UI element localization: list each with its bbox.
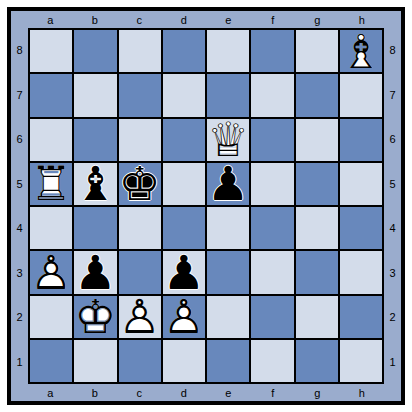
square-e2[interactable] [207, 296, 249, 338]
square-a7[interactable] [30, 74, 72, 116]
file-label-f: f [251, 11, 296, 28]
square-b3[interactable]: ♟ [74, 251, 116, 293]
white-piece-fill-glyph: ♜ [30, 163, 72, 205]
piece-white-bishop-icon[interactable]: ♝♗ [340, 30, 382, 72]
square-g8[interactable] [296, 30, 338, 72]
rank-label-2: 2 [384, 295, 401, 340]
rank-label-6: 6 [384, 117, 401, 162]
white-piece-outline-glyph: ♕ [207, 119, 249, 161]
square-e5[interactable]: ♟ [207, 163, 249, 205]
rank-label-5: 5 [384, 162, 401, 207]
piece-black-bishop-icon[interactable]: ♝ [74, 163, 116, 205]
file-label-d: d [162, 384, 207, 401]
square-b7[interactable] [74, 74, 116, 116]
square-b4[interactable] [74, 207, 116, 249]
square-h6[interactable] [340, 119, 382, 161]
square-f4[interactable] [251, 207, 293, 249]
square-g4[interactable] [296, 207, 338, 249]
square-h1[interactable] [340, 340, 382, 382]
square-h4[interactable] [340, 207, 382, 249]
rank-labels-left: 87654321 [11, 28, 28, 384]
piece-black-pawn-icon[interactable]: ♟ [207, 163, 249, 205]
white-piece-outline-glyph: ♔ [74, 296, 116, 338]
square-f6[interactable] [251, 119, 293, 161]
white-piece-fill-glyph: ♚ [74, 296, 116, 338]
square-a1[interactable] [30, 340, 72, 382]
square-e7[interactable] [207, 74, 249, 116]
square-f3[interactable] [251, 251, 293, 293]
rank-label-1: 1 [384, 340, 401, 385]
rank-label-2: 2 [11, 295, 28, 340]
piece-white-king-icon[interactable]: ♚♔ [74, 296, 116, 338]
square-h8[interactable]: ♝♗ [340, 30, 382, 72]
square-a8[interactable] [30, 30, 72, 72]
square-e3[interactable] [207, 251, 249, 293]
square-d7[interactable] [163, 74, 205, 116]
white-piece-outline-glyph: ♙ [163, 296, 205, 338]
square-a4[interactable] [30, 207, 72, 249]
square-e8[interactable] [207, 30, 249, 72]
square-b1[interactable] [74, 340, 116, 382]
file-label-h: h [340, 11, 385, 28]
square-g1[interactable] [296, 340, 338, 382]
square-c2[interactable]: ♟♙ [119, 296, 161, 338]
board-frame: abcdefgh abcdefgh 87654321 87654321 ♝♗♛♕… [7, 7, 405, 405]
square-d4[interactable] [163, 207, 205, 249]
square-h3[interactable] [340, 251, 382, 293]
square-b6[interactable] [74, 119, 116, 161]
black-piece-fill-glyph: ♝ [74, 163, 116, 205]
square-e4[interactable] [207, 207, 249, 249]
square-g2[interactable] [296, 296, 338, 338]
square-f5[interactable] [251, 163, 293, 205]
square-h5[interactable] [340, 163, 382, 205]
white-piece-fill-glyph: ♟ [30, 251, 72, 293]
white-piece-fill-glyph: ♛ [207, 119, 249, 161]
file-label-e: e [206, 384, 251, 401]
rank-label-3: 3 [11, 251, 28, 296]
chess-diagram: abcdefgh abcdefgh 87654321 87654321 ♝♗♛♕… [0, 0, 412, 412]
square-f2[interactable] [251, 296, 293, 338]
square-h7[interactable] [340, 74, 382, 116]
file-labels-bottom: abcdefgh [28, 384, 384, 401]
piece-white-rook-icon[interactable]: ♜♖ [30, 163, 72, 205]
white-piece-outline-glyph: ♙ [119, 296, 161, 338]
file-label-a: a [28, 11, 73, 28]
white-piece-outline-glyph: ♗ [340, 30, 382, 72]
rank-label-4: 4 [11, 206, 28, 251]
black-piece-fill-glyph: ♚ [119, 163, 161, 205]
rank-label-7: 7 [11, 73, 28, 118]
rank-label-7: 7 [384, 73, 401, 118]
file-label-e: e [206, 11, 251, 28]
square-b5[interactable]: ♝ [74, 163, 116, 205]
piece-black-king-icon[interactable]: ♚ [119, 163, 161, 205]
square-d1[interactable] [163, 340, 205, 382]
square-g5[interactable] [296, 163, 338, 205]
piece-black-pawn-icon[interactable]: ♟ [163, 251, 205, 293]
square-a2[interactable] [30, 296, 72, 338]
square-a5[interactable]: ♜♖ [30, 163, 72, 205]
piece-white-pawn-icon[interactable]: ♟♙ [163, 296, 205, 338]
square-c5[interactable]: ♚ [119, 163, 161, 205]
square-e6[interactable]: ♛♕ [207, 119, 249, 161]
black-piece-fill-glyph: ♟ [74, 251, 116, 293]
file-label-b: b [73, 11, 118, 28]
square-d5[interactable] [163, 163, 205, 205]
white-piece-outline-glyph: ♖ [30, 163, 72, 205]
square-a3[interactable]: ♟♙ [30, 251, 72, 293]
rank-labels-right: 87654321 [384, 28, 401, 384]
rank-label-1: 1 [11, 340, 28, 385]
square-g3[interactable] [296, 251, 338, 293]
square-c6[interactable] [119, 119, 161, 161]
square-c1[interactable] [119, 340, 161, 382]
square-c8[interactable] [119, 30, 161, 72]
square-f1[interactable] [251, 340, 293, 382]
file-label-b: b [73, 384, 118, 401]
file-label-f: f [251, 384, 296, 401]
white-piece-fill-glyph: ♝ [340, 30, 382, 72]
piece-black-pawn-icon[interactable]: ♟ [74, 251, 116, 293]
board: ♝♗♛♕♜♖♝♚♟♟♙♟♟♚♔♟♙♟♙ [28, 28, 384, 384]
square-c4[interactable] [119, 207, 161, 249]
file-label-h: h [340, 384, 385, 401]
white-piece-fill-glyph: ♟ [163, 296, 205, 338]
rank-label-8: 8 [11, 28, 28, 73]
square-e1[interactable] [207, 340, 249, 382]
piece-white-pawn-icon[interactable]: ♟♙ [119, 296, 161, 338]
white-piece-fill-glyph: ♟ [119, 296, 161, 338]
square-g6[interactable] [296, 119, 338, 161]
square-b2[interactable]: ♚♔ [74, 296, 116, 338]
square-d3[interactable]: ♟ [163, 251, 205, 293]
white-piece-outline-glyph: ♙ [30, 251, 72, 293]
square-h2[interactable] [340, 296, 382, 338]
file-labels-top: abcdefgh [28, 11, 384, 28]
square-f7[interactable] [251, 74, 293, 116]
square-c3[interactable] [119, 251, 161, 293]
square-f8[interactable] [251, 30, 293, 72]
piece-white-pawn-icon[interactable]: ♟♙ [30, 251, 72, 293]
rank-label-3: 3 [384, 251, 401, 296]
file-label-g: g [295, 11, 340, 28]
piece-white-queen-icon[interactable]: ♛♕ [207, 119, 249, 161]
rank-label-6: 6 [11, 117, 28, 162]
square-d6[interactable] [163, 119, 205, 161]
square-d8[interactable] [163, 30, 205, 72]
black-piece-fill-glyph: ♟ [207, 163, 249, 205]
rank-label-4: 4 [384, 206, 401, 251]
black-piece-fill-glyph: ♟ [163, 251, 205, 293]
file-label-d: d [162, 11, 207, 28]
file-label-g: g [295, 384, 340, 401]
square-b8[interactable] [74, 30, 116, 72]
square-d2[interactable]: ♟♙ [163, 296, 205, 338]
square-c7[interactable] [119, 74, 161, 116]
square-g7[interactable] [296, 74, 338, 116]
rank-label-8: 8 [384, 28, 401, 73]
file-label-c: c [117, 384, 162, 401]
file-label-c: c [117, 11, 162, 28]
square-a6[interactable] [30, 119, 72, 161]
rank-label-5: 5 [11, 162, 28, 207]
file-label-a: a [28, 384, 73, 401]
